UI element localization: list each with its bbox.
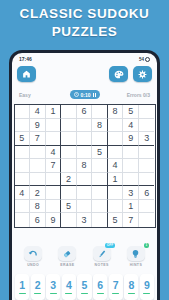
settings-button[interactable] (133, 66, 152, 82)
page-title: CLASSIC SUDOKU PUZZLES (0, 5, 169, 41)
sudoku-cell-r8c7[interactable] (108, 200, 124, 214)
sudoku-cell-r6c5[interactable] (77, 173, 93, 187)
clock-icon (73, 92, 78, 97)
numpad-key-8[interactable]: 8 (124, 274, 138, 300)
numpad-key-7[interactable]: 7 (109, 274, 123, 300)
sudoku-cell-r3c4[interactable] (61, 132, 77, 146)
sudoku-cell-r1c9[interactable] (139, 105, 155, 119)
sudoku-cell-r2c5[interactable] (77, 119, 93, 133)
sudoku-cell-r1c5[interactable]: 6 (77, 105, 93, 119)
sudoku-cell-r2c4[interactable] (61, 119, 77, 133)
sudoku-cell-r9c3[interactable]: 9 (46, 213, 62, 227)
sudoku-cell-r5c2[interactable] (30, 159, 46, 173)
sudoku-board: 4168598457934578421423685169357 (14, 104, 156, 228)
sudoku-cell-r2c7[interactable] (108, 119, 124, 133)
sudoku-cell-r3c9[interactable]: 3 (139, 132, 155, 146)
battery-percent: 54 (139, 57, 144, 62)
sudoku-cell-r4c7[interactable] (108, 146, 124, 160)
sudoku-cell-r8c1[interactable] (15, 200, 31, 214)
top-button-row (17, 66, 152, 83)
sudoku-cell-r1c8[interactable]: 5 (123, 105, 139, 119)
sudoku-cell-r8c8[interactable]: 1 (123, 200, 139, 214)
sudoku-cell-r7c7[interactable] (108, 186, 124, 200)
sudoku-cell-r5c3[interactable]: 7 (46, 159, 62, 173)
sudoku-cell-r3c6[interactable] (92, 132, 108, 146)
sudoku-cell-r4c4[interactable] (61, 146, 77, 160)
timer-pill[interactable]: 0:10 (69, 90, 99, 99)
sudoku-cell-r9c5[interactable]: 3 (77, 213, 93, 227)
sudoku-cell-r4c6[interactable]: 5 (92, 146, 108, 160)
timer-value: 0:10 (80, 92, 90, 98)
sudoku-cell-r7c6[interactable] (92, 186, 108, 200)
sudoku-cell-r2c1[interactable] (15, 119, 31, 133)
undo-button[interactable]: UNDO (20, 246, 46, 272)
pause-icon[interactable] (93, 93, 96, 97)
sudoku-cell-r9c4[interactable] (61, 213, 77, 227)
sudoku-cell-r5c1[interactable] (15, 159, 31, 173)
toolbar: UNDO ERASE OFF (16, 246, 153, 272)
sudoku-cell-r6c7[interactable]: 1 (108, 173, 124, 187)
lightbulb-icon (131, 249, 140, 259)
game-info-row: Easy 0:10 Errors 0/3 (19, 90, 150, 100)
palette-icon (114, 70, 124, 79)
sudoku-cell-r1c2[interactable]: 4 (30, 105, 46, 119)
sudoku-cell-r2c3[interactable] (46, 119, 62, 133)
numpad-key-2[interactable]: 2 (31, 274, 45, 300)
sudoku-cell-r7c4[interactable] (61, 186, 77, 200)
hints-button[interactable]: 1 HINTS (123, 246, 149, 272)
sudoku-cell-r3c3[interactable] (46, 132, 62, 146)
sudoku-cell-r8c4[interactable]: 5 (61, 200, 77, 214)
clock-time: 17:46 (19, 56, 32, 62)
sudoku-cell-r7c8[interactable]: 3 (123, 186, 139, 200)
sudoku-cell-r5c4[interactable] (61, 159, 77, 173)
sudoku-cell-r2c6[interactable]: 8 (92, 119, 108, 133)
eraser-icon (62, 249, 72, 259)
theme-button[interactable] (109, 66, 128, 82)
status-bar: 17:46 54 (19, 55, 150, 63)
page-title-line2: PUZZLES (0, 23, 169, 41)
sudoku-cell-r2c2[interactable]: 9 (30, 119, 46, 133)
errors-counter: Errors 0/3 (127, 92, 150, 98)
sudoku-cell-r4c1[interactable] (15, 146, 31, 160)
battery-icon (145, 57, 150, 62)
sudoku-cell-r5c6[interactable] (92, 159, 108, 173)
numpad-key-6[interactable]: 6 (93, 274, 107, 300)
sudoku-cell-r1c1[interactable] (15, 105, 31, 119)
home-button[interactable] (17, 66, 36, 82)
undo-icon (28, 250, 38, 258)
sudoku-cell-r3c2[interactable]: 7 (30, 132, 46, 146)
notes-button[interactable]: OFF NOTES (89, 246, 115, 272)
sudoku-cell-r4c2[interactable] (30, 146, 46, 160)
sudoku-cell-r6c1[interactable] (15, 173, 31, 187)
sudoku-cell-r3c1[interactable]: 5 (15, 132, 31, 146)
sudoku-cell-r4c8[interactable] (123, 146, 139, 160)
sudoku-cell-r4c9[interactable] (139, 146, 155, 160)
sudoku-cell-r6c9[interactable] (139, 173, 155, 187)
sudoku-cell-r8c5[interactable] (77, 200, 93, 214)
numpad-key-5[interactable]: 5 (77, 274, 91, 300)
numpad-key-3[interactable]: 3 (46, 274, 60, 300)
sudoku-cell-r8c9[interactable] (139, 200, 155, 214)
gear-icon (138, 70, 147, 79)
app-screenshot: CLASSIC SUDOKU PUZZLES 17:46 54 (0, 0, 169, 300)
sudoku-cell-r9c7[interactable]: 5 (108, 213, 124, 227)
numpad-key-1[interactable]: 1 (15, 274, 29, 300)
sudoku-cell-r7c3[interactable] (46, 186, 62, 200)
hints-count-badge: 1 (144, 243, 149, 248)
sudoku-cell-r6c2[interactable] (30, 173, 46, 187)
page-title-line1: CLASSIC SUDOKU (0, 5, 169, 23)
sudoku-cell-r8c2[interactable]: 8 (30, 200, 46, 214)
sudoku-cell-r5c8[interactable] (123, 159, 139, 173)
sudoku-cell-r9c6[interactable] (92, 213, 108, 227)
sudoku-cell-r7c9[interactable]: 6 (139, 186, 155, 200)
sudoku-cell-r6c6[interactable] (92, 173, 108, 187)
sudoku-cell-r1c4[interactable] (61, 105, 77, 119)
sudoku-cell-r3c7[interactable] (108, 132, 124, 146)
difficulty-label: Easy (19, 92, 31, 98)
notes-off-badge: OFF (105, 243, 114, 248)
sudoku-cell-r9c9[interactable] (139, 213, 155, 227)
sudoku-cell-r2c8[interactable]: 4 (123, 119, 139, 133)
phone-screen: 17:46 54 (12, 53, 157, 300)
sudoku-cell-r2c9[interactable] (139, 119, 155, 133)
sudoku-cell-r7c5[interactable] (77, 186, 93, 200)
sudoku-cell-r7c2[interactable]: 2 (30, 186, 46, 200)
pencil-icon (97, 249, 107, 259)
numpad-key-9[interactable]: 9 (140, 274, 154, 300)
numpad-key-4[interactable]: 4 (62, 274, 76, 300)
number-keypad: 123456789 (15, 274, 154, 300)
battery-indicator: 54 (139, 57, 150, 62)
sudoku-cell-r8c6[interactable] (92, 200, 108, 214)
sudoku-cell-r6c8[interactable] (123, 173, 139, 187)
phone-frame: 17:46 54 (9, 50, 160, 300)
sudoku-cell-r7c1[interactable]: 4 (15, 186, 31, 200)
sudoku-cell-r9c2[interactable]: 6 (30, 213, 46, 227)
sudoku-cell-r6c3[interactable] (46, 173, 62, 187)
sudoku-cell-r6c4[interactable]: 2 (61, 173, 77, 187)
sudoku-cell-r5c7[interactable]: 4 (108, 159, 124, 173)
sudoku-cell-r3c8[interactable]: 9 (123, 132, 139, 146)
sudoku-cell-r3c5[interactable] (77, 132, 93, 146)
sudoku-cell-r5c9[interactable] (139, 159, 155, 173)
home-icon (22, 70, 31, 78)
sudoku-cell-r9c1[interactable] (15, 213, 31, 227)
sudoku-cell-r4c3[interactable]: 4 (46, 146, 62, 160)
sudoku-cell-r4c5[interactable] (77, 146, 93, 160)
sudoku-cell-r1c3[interactable]: 1 (46, 105, 62, 119)
sudoku-cell-r5c5[interactable]: 8 (77, 159, 93, 173)
sudoku-cell-r9c8[interactable]: 7 (123, 213, 139, 227)
erase-button[interactable]: ERASE (54, 246, 80, 272)
sudoku-cell-r8c3[interactable] (46, 200, 62, 214)
sudoku-cell-r1c6[interactable] (92, 105, 108, 119)
sudoku-cell-r1c7[interactable]: 8 (108, 105, 124, 119)
